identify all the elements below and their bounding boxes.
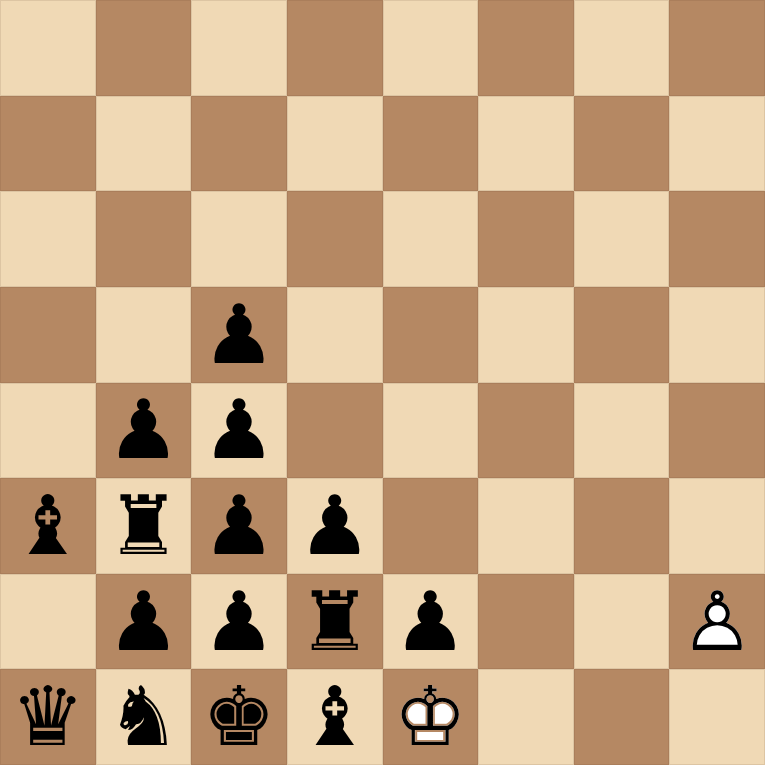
square-f8[interactable] (478, 0, 574, 96)
black-queen-icon[interactable]: ♛ (11, 676, 85, 758)
black-pawn-icon[interactable]: ♟ (202, 389, 276, 471)
square-f2[interactable] (478, 574, 574, 670)
square-b4[interactable]: ♟ (96, 383, 192, 479)
square-a5[interactable] (0, 287, 96, 383)
square-a2[interactable] (0, 574, 96, 670)
black-pawn-glyph: ♟ (202, 389, 276, 471)
white-pawn-icon[interactable]: ♟♙ (680, 581, 754, 663)
square-d4[interactable] (287, 383, 383, 479)
white-pawn-outline-glyph: ♙ (680, 581, 754, 663)
black-bishop-glyph: ♝ (298, 676, 372, 758)
black-pawn-icon[interactable]: ♟ (298, 485, 372, 567)
black-pawn-glyph: ♟ (202, 581, 276, 663)
square-a6[interactable] (0, 191, 96, 287)
square-b5[interactable] (96, 287, 192, 383)
square-c5[interactable]: ♟ (191, 287, 287, 383)
square-d7[interactable] (287, 96, 383, 192)
square-f3[interactable] (478, 478, 574, 574)
black-king-glyph: ♚ (202, 676, 276, 758)
black-queen-glyph: ♛ (11, 676, 85, 758)
square-a7[interactable] (0, 96, 96, 192)
square-c4[interactable]: ♟ (191, 383, 287, 479)
square-h8[interactable] (669, 0, 765, 96)
square-g7[interactable] (574, 96, 670, 192)
black-pawn-icon[interactable]: ♟ (202, 294, 276, 376)
square-h4[interactable] (669, 383, 765, 479)
black-king-icon[interactable]: ♚ (202, 676, 276, 758)
black-rook-glyph: ♜ (298, 581, 372, 663)
square-e7[interactable] (383, 96, 479, 192)
black-pawn-glyph: ♟ (107, 389, 181, 471)
white-king-outline-glyph: ♔ (394, 676, 468, 758)
square-b3[interactable]: ♜ (96, 478, 192, 574)
square-c3[interactable]: ♟ (191, 478, 287, 574)
square-d8[interactable] (287, 0, 383, 96)
white-king-icon[interactable]: ♚♔ (394, 676, 468, 758)
square-h6[interactable] (669, 191, 765, 287)
square-e1[interactable]: ♚♔ (383, 669, 479, 765)
square-a8[interactable] (0, 0, 96, 96)
square-d3[interactable]: ♟ (287, 478, 383, 574)
square-h5[interactable] (669, 287, 765, 383)
square-c2[interactable]: ♟ (191, 574, 287, 670)
black-pawn-icon[interactable]: ♟ (107, 389, 181, 471)
square-a4[interactable] (0, 383, 96, 479)
black-bishop-icon[interactable]: ♝ (298, 676, 372, 758)
square-d1[interactable]: ♝ (287, 669, 383, 765)
square-e8[interactable] (383, 0, 479, 96)
black-pawn-glyph: ♟ (202, 294, 276, 376)
square-b1[interactable]: ♞ (96, 669, 192, 765)
black-knight-icon[interactable]: ♞ (107, 676, 181, 758)
square-f7[interactable] (478, 96, 574, 192)
square-g4[interactable] (574, 383, 670, 479)
black-pawn-icon[interactable]: ♟ (202, 485, 276, 567)
chess-board: ♟♟♟♝♜♟♟♟♟♜♟♟♙♛♞♚♝♚♔ (0, 0, 765, 765)
square-a3[interactable]: ♝ (0, 478, 96, 574)
square-h7[interactable] (669, 96, 765, 192)
black-bishop-glyph: ♝ (11, 485, 85, 567)
square-e6[interactable] (383, 191, 479, 287)
square-h2[interactable]: ♟♙ (669, 574, 765, 670)
black-pawn-glyph: ♟ (107, 581, 181, 663)
square-d5[interactable] (287, 287, 383, 383)
square-b2[interactable]: ♟ (96, 574, 192, 670)
square-g5[interactable] (574, 287, 670, 383)
black-pawn-glyph: ♟ (394, 581, 468, 663)
square-b7[interactable] (96, 96, 192, 192)
square-e4[interactable] (383, 383, 479, 479)
square-c7[interactable] (191, 96, 287, 192)
black-knight-glyph: ♞ (107, 676, 181, 758)
square-g6[interactable] (574, 191, 670, 287)
black-pawn-icon[interactable]: ♟ (107, 581, 181, 663)
square-g1[interactable] (574, 669, 670, 765)
square-h3[interactable] (669, 478, 765, 574)
square-b8[interactable] (96, 0, 192, 96)
square-a1[interactable]: ♛ (0, 669, 96, 765)
square-b6[interactable] (96, 191, 192, 287)
black-pawn-icon[interactable]: ♟ (202, 581, 276, 663)
square-f5[interactable] (478, 287, 574, 383)
square-e2[interactable]: ♟ (383, 574, 479, 670)
black-rook-icon[interactable]: ♜ (107, 485, 181, 567)
black-pawn-icon[interactable]: ♟ (394, 581, 468, 663)
square-e5[interactable] (383, 287, 479, 383)
square-g8[interactable] (574, 0, 670, 96)
black-rook-glyph: ♜ (107, 485, 181, 567)
square-h1[interactable] (669, 669, 765, 765)
black-rook-icon[interactable]: ♜ (298, 581, 372, 663)
square-d6[interactable] (287, 191, 383, 287)
black-pawn-glyph: ♟ (298, 485, 372, 567)
square-f1[interactable] (478, 669, 574, 765)
square-e3[interactable] (383, 478, 479, 574)
square-g2[interactable] (574, 574, 670, 670)
black-pawn-glyph: ♟ (202, 485, 276, 567)
black-bishop-icon[interactable]: ♝ (11, 485, 85, 567)
square-f4[interactable] (478, 383, 574, 479)
square-d2[interactable]: ♜ (287, 574, 383, 670)
square-c1[interactable]: ♚ (191, 669, 287, 765)
square-f6[interactable] (478, 191, 574, 287)
square-c6[interactable] (191, 191, 287, 287)
square-c8[interactable] (191, 0, 287, 96)
square-g3[interactable] (574, 478, 670, 574)
